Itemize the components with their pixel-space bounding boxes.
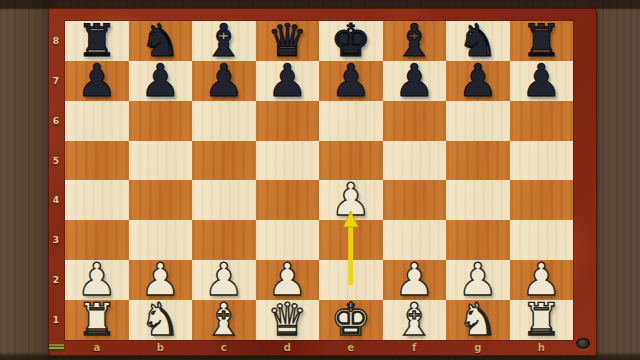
piece-white-king[interactable]: ♚	[319, 300, 383, 340]
square-g5[interactable]	[446, 141, 510, 181]
piece-black-pawn[interactable]: ♟	[319, 61, 383, 101]
brand-mark-icon	[49, 344, 64, 351]
screw-icon	[576, 338, 590, 349]
file-label-c: c	[192, 340, 256, 355]
square-f7[interactable]: ♟	[383, 61, 447, 101]
piece-black-pawn[interactable]: ♟	[510, 61, 574, 101]
piece-black-pawn[interactable]: ♟	[256, 61, 320, 101]
square-d5[interactable]	[256, 141, 320, 181]
rank-labels: 87654321	[47, 21, 65, 340]
rank-label-1: 1	[47, 300, 65, 340]
square-c6[interactable]	[192, 101, 256, 141]
square-h1[interactable]: ♜	[510, 300, 574, 340]
square-b5[interactable]	[129, 141, 193, 181]
file-labels: abcdefgh	[65, 340, 573, 355]
square-f6[interactable]	[383, 101, 447, 141]
square-g1[interactable]: ♞	[446, 300, 510, 340]
rank-label-6: 6	[47, 101, 65, 141]
square-f5[interactable]	[383, 141, 447, 181]
square-b7[interactable]: ♟	[129, 61, 193, 101]
square-e1[interactable]: ♚	[319, 300, 383, 340]
rank-label-7: 7	[47, 61, 65, 101]
piece-black-pawn[interactable]: ♟	[65, 61, 129, 101]
square-h5[interactable]	[510, 141, 574, 181]
square-c5[interactable]	[192, 141, 256, 181]
piece-black-pawn[interactable]: ♟	[383, 61, 447, 101]
rank-label-2: 2	[47, 260, 65, 300]
piece-white-knight[interactable]: ♞	[446, 300, 510, 340]
file-label-b: b	[129, 340, 193, 355]
square-a4[interactable]	[65, 180, 129, 220]
piece-white-rook[interactable]: ♜	[65, 300, 129, 340]
square-a5[interactable]	[65, 141, 129, 181]
square-c4[interactable]	[192, 180, 256, 220]
square-h7[interactable]: ♟	[510, 61, 574, 101]
square-h4[interactable]	[510, 180, 574, 220]
chessboard-app: 87654321 ♜♞♝♛♚♝♞♜♟♟♟♟♟♟♟♟♟♟♟♟♟♟♟♟♜♞♝♛♚♝♞…	[0, 0, 640, 360]
piece-white-knight[interactable]: ♞	[129, 300, 193, 340]
piece-black-pawn[interactable]: ♟	[129, 61, 193, 101]
rank-label-3: 3	[47, 220, 65, 260]
rank-label-8: 8	[47, 21, 65, 61]
square-g6[interactable]	[446, 101, 510, 141]
square-b1[interactable]: ♞	[129, 300, 193, 340]
square-e7[interactable]: ♟	[319, 61, 383, 101]
square-d6[interactable]	[256, 101, 320, 141]
square-b4[interactable]	[129, 180, 193, 220]
square-e6[interactable]	[319, 101, 383, 141]
square-g7[interactable]: ♟	[446, 61, 510, 101]
square-d4[interactable]	[256, 180, 320, 220]
square-f1[interactable]: ♝	[383, 300, 447, 340]
piece-white-rook[interactable]: ♜	[510, 300, 574, 340]
piece-white-pawn[interactable]: ♟	[319, 180, 383, 220]
square-b6[interactable]	[129, 101, 193, 141]
square-e3[interactable]	[319, 220, 383, 260]
square-a7[interactable]: ♟	[65, 61, 129, 101]
piece-white-bishop[interactable]: ♝	[192, 300, 256, 340]
piece-black-pawn[interactable]: ♟	[192, 61, 256, 101]
square-d7[interactable]: ♟	[256, 61, 320, 101]
square-g4[interactable]	[446, 180, 510, 220]
square-c1[interactable]: ♝	[192, 300, 256, 340]
piece-white-bishop[interactable]: ♝	[383, 300, 447, 340]
square-f4[interactable]	[383, 180, 447, 220]
square-e4[interactable]: ♟	[319, 180, 383, 220]
square-a1[interactable]: ♜	[65, 300, 129, 340]
square-a6[interactable]	[65, 101, 129, 141]
square-c7[interactable]: ♟	[192, 61, 256, 101]
file-label-a: a	[65, 340, 129, 355]
piece-white-queen[interactable]: ♛	[256, 300, 320, 340]
file-label-d: d	[256, 340, 320, 355]
square-d1[interactable]: ♛	[256, 300, 320, 340]
square-h6[interactable]	[510, 101, 574, 141]
board-grid: ♜♞♝♛♚♝♞♜♟♟♟♟♟♟♟♟♟♟♟♟♟♟♟♟♜♞♝♛♚♝♞♜	[65, 21, 573, 340]
file-label-h: h	[510, 340, 574, 355]
file-label-f: f	[383, 340, 447, 355]
file-label-g: g	[446, 340, 510, 355]
rank-label-4: 4	[47, 181, 65, 221]
rank-label-5: 5	[47, 141, 65, 181]
piece-black-pawn[interactable]: ♟	[446, 61, 510, 101]
file-label-e: e	[319, 340, 383, 355]
